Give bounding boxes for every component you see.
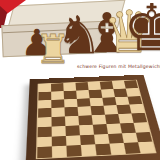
board-square	[81, 145, 97, 157]
board-field	[36, 80, 157, 160]
chess-piece-king: ♚	[123, 0, 160, 60]
board-square	[136, 132, 153, 143]
board-square	[66, 135, 81, 146]
chess-board	[26, 75, 160, 160]
board-square	[37, 147, 52, 159]
board-square	[138, 142, 155, 153]
board-square	[66, 145, 81, 157]
caption-text: schwere Figuren mit Metallgewichten	[77, 64, 160, 69]
product-photo: ♟ ♜ ♞ ♝ ♛ ♚ schwere Figuren mit Metallge…	[0, 0, 160, 160]
board-square	[52, 136, 67, 147]
board-frame	[26, 75, 160, 160]
board-square	[52, 146, 67, 158]
board-square	[80, 134, 95, 145]
board-square	[37, 136, 52, 147]
